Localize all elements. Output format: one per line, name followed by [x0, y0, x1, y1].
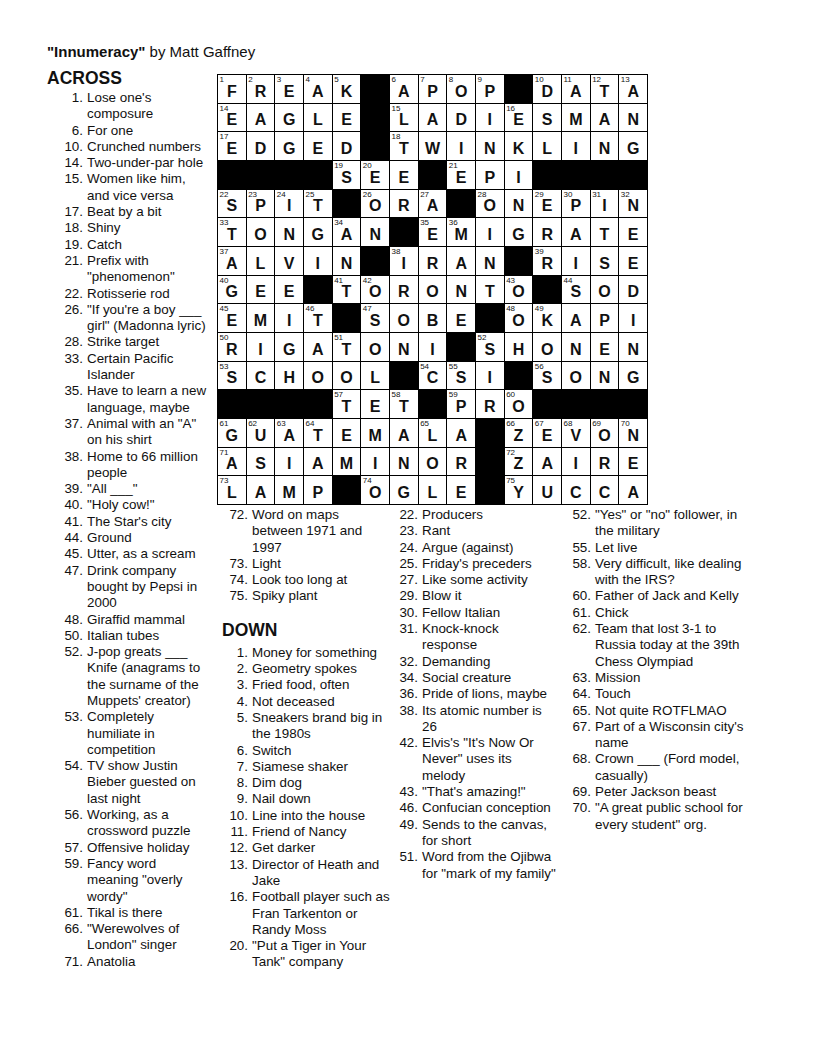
cell-letter: A [419, 190, 447, 218]
clue-number: 22. [47, 286, 87, 302]
black-square-r4c15 [619, 161, 647, 189]
clue-number: 41. [47, 514, 87, 530]
grid-cell-r14c8[interactable]: O [419, 448, 447, 476]
grid-cell-r5c2[interactable]: 23P [247, 190, 275, 218]
grid-cell-r5c15[interactable]: 32N [619, 190, 647, 218]
clue-text: Ground [87, 530, 211, 546]
grid-cell-r1c13[interactable]: 11A [562, 75, 590, 103]
cell-letter: H [505, 333, 533, 361]
grid-cell-r11c9[interactable]: 55S [447, 362, 475, 390]
grid-cell-r3c1[interactable]: 17E [218, 132, 246, 160]
grid-cell-r3c3[interactable]: G [275, 132, 303, 160]
clue-number: 55. [565, 540, 595, 556]
grid-cell-r10c6[interactable]: O [361, 333, 389, 361]
grid-cell-r10c5[interactable]: 51T [333, 333, 361, 361]
grid-cell-r15c1[interactable]: 73L [218, 476, 246, 504]
clue-number: 10. [47, 139, 87, 155]
grid-cell-r4c9[interactable]: 21E [447, 161, 475, 189]
grid-cell-r8c3[interactable]: E [275, 276, 303, 304]
grid-cell-r7c7[interactable]: 38I [390, 247, 418, 275]
grid-cell-r3c8[interactable]: W [419, 132, 447, 160]
grid-cell-r3c11[interactable]: K [505, 132, 533, 160]
grid-cell-r10c14[interactable]: E [591, 333, 619, 361]
clue-text: "All ___" [87, 481, 211, 497]
grid-cell-r7c13[interactable]: I [562, 247, 590, 275]
grid-cell-r11c13[interactable]: O [562, 362, 590, 390]
grid-cell-r11c3[interactable]: H [275, 362, 303, 390]
grid-cell-r11c4[interactable]: O [304, 362, 332, 390]
grid-cell-r15c6[interactable]: 74O [361, 476, 389, 504]
grid-cell-r4c7[interactable]: E [390, 161, 418, 189]
cell-letter: T [591, 75, 619, 103]
cell-letter: R [218, 333, 246, 361]
cell-letter: I [419, 333, 447, 361]
grid-cell-r13c6[interactable]: M [361, 419, 389, 447]
cell-letter: P [591, 304, 619, 332]
cell-letter: S [333, 161, 361, 189]
grid-cell-r8c7[interactable]: R [390, 276, 418, 304]
clue-down-22: 22.Producers [392, 507, 556, 523]
clue-across-18: 18.Shiny [47, 220, 211, 236]
grid-cell-r13c15[interactable]: 70N [619, 419, 647, 447]
grid-cell-r4c6[interactable]: 20E [361, 161, 389, 189]
grid-cell-r4c10[interactable]: P [476, 161, 504, 189]
grid-cell-r4c5[interactable]: 19S [333, 161, 361, 189]
clue-number: 10. [222, 808, 252, 824]
grid-cell-r2c15[interactable]: N [619, 104, 647, 132]
grid-cell-r15c4[interactable]: P [304, 476, 332, 504]
clue-text: For one [87, 123, 211, 139]
grid-cell-r15c7[interactable]: G [390, 476, 418, 504]
clue-text: Director of Heath and Jake [252, 857, 390, 890]
grid-cell-r6c1[interactable]: 33T [218, 218, 246, 246]
cell-letter: E [533, 419, 561, 447]
grid-cell-r8c15[interactable]: D [619, 276, 647, 304]
grid-cell-r12c9[interactable]: 59P [447, 390, 475, 418]
clue-number: 23. [392, 523, 422, 539]
grid-cell-r1c2[interactable]: 2R [247, 75, 275, 103]
clue-across-26: 26."If you're a boy ___ girl" (Madonna l… [47, 302, 211, 335]
clue-number: 1. [222, 645, 252, 661]
grid-cell-r7c2[interactable]: L [247, 247, 275, 275]
black-square-r5c9 [447, 190, 475, 218]
grid-cell-r6c5[interactable]: 34A [333, 218, 361, 246]
grid-cell-r13c4[interactable]: 64T [304, 419, 332, 447]
grid-cell-r3c7[interactable]: 18T [390, 132, 418, 160]
grid-cell-r10c4[interactable]: A [304, 333, 332, 361]
grid-cell-r9c11[interactable]: 48O [505, 304, 533, 332]
black-square-r12c8 [419, 390, 447, 418]
cell-letter: Y [505, 476, 533, 504]
grid-cell-r14c9[interactable]: R [447, 448, 475, 476]
clue-number: 3. [222, 677, 252, 693]
cell-letter: O [419, 276, 447, 304]
grid-cell-r13c13[interactable]: 68V [562, 419, 590, 447]
grid-cell-r15c12[interactable]: U [533, 476, 561, 504]
grid-cell-r10c2[interactable]: I [247, 333, 275, 361]
grid-cell-r2c10[interactable]: I [476, 104, 504, 132]
grid-cell-r11c5[interactable]: O [333, 362, 361, 390]
cell-letter: A [304, 448, 332, 476]
cell-letter: A [533, 448, 561, 476]
grid-cell-r1c9[interactable]: 8O [447, 75, 475, 103]
grid-cell-r15c9[interactable]: E [447, 476, 475, 504]
cell-letter: E [619, 448, 647, 476]
grid-cell-r13c11[interactable]: 66Z [505, 419, 533, 447]
grid-cell-r3c4[interactable]: E [304, 132, 332, 160]
grid-cell-r11c6[interactable]: L [361, 362, 389, 390]
grid-cell-r1c3[interactable]: 3E [275, 75, 303, 103]
grid-cell-r10c1[interactable]: 50R [218, 333, 246, 361]
cell-letter: A [275, 419, 303, 447]
grid-cell-r13c9[interactable]: A [447, 419, 475, 447]
grid-cell-r7c9[interactable]: A [447, 247, 475, 275]
cell-letter: I [447, 132, 475, 160]
grid-cell-r2c5[interactable]: E [333, 104, 361, 132]
black-square-r12c12 [533, 390, 561, 418]
grid-cell-r3c10[interactable]: N [476, 132, 504, 160]
cell-letter: M [333, 448, 361, 476]
clue-number: 40. [47, 497, 87, 513]
grid-cell-r3c13[interactable]: I [562, 132, 590, 160]
grid-cell-r5c12[interactable]: 29E [533, 190, 561, 218]
clue-across-73: 73.Light [222, 556, 390, 572]
grid-cell-r3c12[interactable]: L [533, 132, 561, 160]
grid-cell-r1c10[interactable]: 9P [476, 75, 504, 103]
grid-cell-r11c12[interactable]: 56S [533, 362, 561, 390]
grid-cell-r1c1[interactable]: 1F [218, 75, 246, 103]
grid-cell-r7c10[interactable]: N [476, 247, 504, 275]
black-square-r15c5 [333, 476, 361, 504]
grid-cell-r3c15[interactable]: G [619, 132, 647, 160]
grid-cell-r14c7[interactable]: N [390, 448, 418, 476]
cell-letter: A [390, 419, 418, 447]
clue-across-52: 52.J-pop greats ___ Knife (anagrams to t… [47, 644, 211, 709]
grid-cell-r9c2[interactable]: M [247, 304, 275, 332]
grid-cell-r8c5[interactable]: 41T [333, 276, 361, 304]
clue-number: 62. [565, 621, 595, 637]
grid-cell-r10c13[interactable]: N [562, 333, 590, 361]
grid-cell-r11c10[interactable]: I [476, 362, 504, 390]
down-clues-part-2: 22.Producers23.Rant24.Argue (against)25.… [392, 507, 556, 882]
cell-letter: O [505, 304, 533, 332]
clue-down-52: 52."Yes" or "no" follower, in the milita… [565, 507, 749, 540]
cell-letter: C [419, 362, 447, 390]
clue-text: Money for something [252, 645, 390, 661]
cell-letter: S [533, 104, 561, 132]
clue-across-53: 53.Completely humiliate in competition [47, 709, 211, 758]
cell-letter: D [533, 75, 561, 103]
grid-cell-r10c10[interactable]: 52S [476, 333, 504, 361]
cell-letter: L [304, 104, 332, 132]
grid-cell-r5c13[interactable]: 30P [562, 190, 590, 218]
clue-text: Lose one's composure [87, 90, 211, 123]
grid-cell-r9c4[interactable]: 46T [304, 304, 332, 332]
grid-cell-r10c7[interactable]: N [390, 333, 418, 361]
grid-cell-r7c1[interactable]: 37A [218, 247, 246, 275]
grid-cell-r5c7[interactable]: R [390, 190, 418, 218]
cell-letter: I [591, 190, 619, 218]
grid-cell-r14c6[interactable]: I [361, 448, 389, 476]
cell-letter: I [476, 104, 504, 132]
black-square-r8c12 [533, 276, 561, 304]
grid-cell-r9c12[interactable]: 49K [533, 304, 561, 332]
grid-cell-r9c6[interactable]: 47S [361, 304, 389, 332]
cell-letter: N [562, 333, 590, 361]
clue-number: 52. [47, 644, 87, 660]
grid-cell-r2c14[interactable]: A [591, 104, 619, 132]
black-square-r12c4 [304, 390, 332, 418]
grid-cell-r15c2[interactable]: A [247, 476, 275, 504]
grid-cell-r10c12[interactable]: O [533, 333, 561, 361]
clue-number: 56. [47, 807, 87, 823]
grid-cell-r14c4[interactable]: A [304, 448, 332, 476]
grid-cell-r10c8[interactable]: I [419, 333, 447, 361]
grid-cell-r13c5[interactable]: E [333, 419, 361, 447]
clue-number: 45. [47, 546, 87, 562]
grid-cell-r13c14[interactable]: 69O [591, 419, 619, 447]
clue-text: Team that lost 3-1 to Russia today at th… [595, 621, 749, 670]
page: { "game": "crossword", "title": {"name":… [0, 0, 816, 1056]
clue-across-41: 41.The Star's city [47, 514, 211, 530]
grid-cell-r9c1[interactable]: 45E [218, 304, 246, 332]
grid-cell-r1c7[interactable]: 6A [390, 75, 418, 103]
clue-across-14: 14.Two-under-par hole [47, 155, 211, 171]
clue-number: 31. [392, 621, 422, 637]
cell-letter: G [619, 362, 647, 390]
cell-letter: T [333, 333, 361, 361]
cell-letter: S [476, 333, 504, 361]
grid-cell-r2c9[interactable]: D [447, 104, 475, 132]
clue-number: 39. [47, 481, 87, 497]
grid-cell-r1c12[interactable]: 10D [533, 75, 561, 103]
grid-cell-r12c10[interactable]: R [476, 390, 504, 418]
grid-cell-r9c7[interactable]: O [390, 304, 418, 332]
grid-cell-r9c15[interactable]: I [619, 304, 647, 332]
grid-cell-r12c6[interactable]: E [361, 390, 389, 418]
grid-cell-r11c15[interactable]: G [619, 362, 647, 390]
grid-cell-r5c6[interactable]: 26O [361, 190, 389, 218]
grid-cell-r8c9[interactable]: N [447, 276, 475, 304]
grid-cell-r10c15[interactable]: N [619, 333, 647, 361]
clue-across-39: 39."All ___" [47, 481, 211, 497]
grid-cell-r3c5[interactable]: D [333, 132, 361, 160]
clue-number: 60. [565, 588, 595, 604]
grid-cell-r7c12[interactable]: 39R [533, 247, 561, 275]
clue-number: 22. [392, 507, 422, 523]
grid-cell-r14c14[interactable]: R [591, 448, 619, 476]
grid-cell-r14c12[interactable]: A [533, 448, 561, 476]
cell-letter: O [419, 448, 447, 476]
grid-cell-r15c14[interactable]: C [591, 476, 619, 504]
grid-cell-r2c7[interactable]: 15L [390, 104, 418, 132]
cell-letter: N [619, 333, 647, 361]
clue-down-34: 34.Social creature [392, 670, 556, 686]
grid-cell-r2c8[interactable]: A [419, 104, 447, 132]
grid-cell-r1c5[interactable]: 5K [333, 75, 361, 103]
grid-cell-r6c11[interactable]: G [505, 218, 533, 246]
grid-cell-r5c8[interactable]: 27A [419, 190, 447, 218]
clue-number: 38. [392, 703, 422, 719]
clue-text: Prefix with "phenomenon" [87, 253, 211, 286]
grid-cell-r6c14[interactable]: T [591, 218, 619, 246]
black-square-r1c11 [505, 75, 533, 103]
clue-text: Confucian conception [422, 800, 556, 816]
grid-cell-r10c11[interactable]: H [505, 333, 533, 361]
grid-cell-r13c7[interactable]: A [390, 419, 418, 447]
clue-number: 51. [392, 849, 422, 865]
cell-letter: I [275, 304, 303, 332]
grid-cell-r13c1[interactable]: 61G [218, 419, 246, 447]
grid-cell-r5c1[interactable]: 22S [218, 190, 246, 218]
grid-cell-r14c5[interactable]: M [333, 448, 361, 476]
grid-cell-r15c3[interactable]: M [275, 476, 303, 504]
grid-cell-r6c13[interactable]: A [562, 218, 590, 246]
grid-cell-r1c14[interactable]: 12T [591, 75, 619, 103]
grid-cell-r15c8[interactable]: L [419, 476, 447, 504]
clue-text: TV show Justin Bieber guested on last ni… [87, 758, 211, 807]
grid-cell-r2c12[interactable]: S [533, 104, 561, 132]
grid-cell-r8c8[interactable]: O [419, 276, 447, 304]
grid-cell-r3c9[interactable]: I [447, 132, 475, 160]
grid-cell-r5c4[interactable]: 25T [304, 190, 332, 218]
cell-letter: E [505, 104, 533, 132]
grid-cell-r4c11[interactable]: I [505, 161, 533, 189]
grid-cell-r11c14[interactable]: N [591, 362, 619, 390]
grid-cell-r7c3[interactable]: V [275, 247, 303, 275]
cell-letter: A [619, 75, 647, 103]
grid-cell-r14c1[interactable]: 71A [218, 448, 246, 476]
clue-down-51: 51.Word from the Ojibwa for "mark of my … [392, 849, 556, 882]
cell-letter: N [361, 218, 389, 246]
grid-cell-r6c4[interactable]: G [304, 218, 332, 246]
grid-cell-r11c1[interactable]: 53S [218, 362, 246, 390]
grid-cell-r8c11[interactable]: 43O [505, 276, 533, 304]
grid-cell-r2c13[interactable]: M [562, 104, 590, 132]
grid-cell-r6c3[interactable]: N [275, 218, 303, 246]
cell-letter: E [333, 419, 361, 447]
down-header: DOWN [222, 620, 390, 640]
grid-cell-r9c9[interactable]: E [447, 304, 475, 332]
clue-text: Social creature [422, 670, 556, 686]
grid-cell-r2c2[interactable]: A [247, 104, 275, 132]
grid-cell-r7c15[interactable]: E [619, 247, 647, 275]
black-square-r14c10 [476, 448, 504, 476]
grid-cell-r12c5[interactable]: 57T [333, 390, 361, 418]
grid-cell-r7c5[interactable]: N [333, 247, 361, 275]
grid-cell-r15c13[interactable]: C [562, 476, 590, 504]
grid-cell-r11c8[interactable]: 54C [419, 362, 447, 390]
grid-cell-r1c4[interactable]: 4A [304, 75, 332, 103]
clue-across-1: 1.Lose one's composure [47, 90, 211, 123]
grid-cell-r10c3[interactable]: G [275, 333, 303, 361]
grid-cell-r14c2[interactable]: S [247, 448, 275, 476]
grid-cell-r3c2[interactable]: D [247, 132, 275, 160]
grid-cell-r8c2[interactable]: E [247, 276, 275, 304]
grid-cell-r8c6[interactable]: 42O [361, 276, 389, 304]
clue-text: "That's amazing!" [422, 784, 556, 800]
crossword-grid: 1F2R3E4A5K6A7P8O9P10D11A12T13A14EAGLE15L… [217, 74, 648, 505]
grid-cell-r14c11[interactable]: 72Z [505, 448, 533, 476]
grid-cell-r6c10[interactable]: I [476, 218, 504, 246]
black-square-r15c10 [476, 476, 504, 504]
grid-cell-r3c14[interactable]: N [591, 132, 619, 160]
grid-cell-r15c15[interactable]: A [619, 476, 647, 504]
grid-cell-r7c8[interactable]: R [419, 247, 447, 275]
grid-cell-r6c9[interactable]: 36M [447, 218, 475, 246]
grid-cell-r13c8[interactable]: 65L [419, 419, 447, 447]
cell-letter: L [247, 247, 275, 275]
grid-cell-r2c11[interactable]: 16E [505, 104, 533, 132]
grid-cell-r13c12[interactable]: 67E [533, 419, 561, 447]
grid-cell-r7c14[interactable]: S [591, 247, 619, 275]
grid-cell-r12c11[interactable]: 60O [505, 390, 533, 418]
cell-letter: E [218, 304, 246, 332]
grid-cell-r8c14[interactable]: O [591, 276, 619, 304]
grid-cell-r14c3[interactable]: I [275, 448, 303, 476]
grid-cell-r5c11[interactable]: N [505, 190, 533, 218]
grid-cell-r8c1[interactable]: 40G [218, 276, 246, 304]
grid-cell-r5c3[interactable]: 24I [275, 190, 303, 218]
grid-cell-r14c13[interactable]: I [562, 448, 590, 476]
cell-letter: D [333, 132, 361, 160]
cell-letter: E [361, 161, 389, 189]
clue-down-63: 63.Mission [565, 670, 749, 686]
grid-cell-r9c3[interactable]: I [275, 304, 303, 332]
cell-letter: O [390, 304, 418, 332]
grid-cell-r1c8[interactable]: 7P [419, 75, 447, 103]
clue-number: 20. [222, 938, 252, 954]
cell-letter: K [533, 304, 561, 332]
cell-letter: N [591, 132, 619, 160]
grid-cell-r6c12[interactable]: R [533, 218, 561, 246]
grid-cell-r8c10[interactable]: T [476, 276, 504, 304]
across-header: ACROSS [47, 68, 122, 88]
grid-cell-r6c8[interactable]: 35E [419, 218, 447, 246]
grid-cell-r2c1[interactable]: 14E [218, 104, 246, 132]
cell-letter: C [562, 476, 590, 504]
clue-across-57: 57.Offensive holiday [47, 840, 211, 856]
clue-number: 52. [565, 507, 595, 523]
clue-text: Rotisserie rod [87, 286, 211, 302]
grid-cell-r2c3[interactable]: G [275, 104, 303, 132]
grid-cell-r13c3[interactable]: 63A [275, 419, 303, 447]
grid-cell-r9c14[interactable]: P [591, 304, 619, 332]
grid-cell-r1c15[interactable]: 13A [619, 75, 647, 103]
grid-cell-r6c15[interactable]: E [619, 218, 647, 246]
clue-text: The Star's city [87, 514, 211, 530]
grid-cell-r9c8[interactable]: B [419, 304, 447, 332]
cell-letter: G [218, 419, 246, 447]
grid-cell-r11c2[interactable]: C [247, 362, 275, 390]
grid-cell-r13c2[interactable]: 62U [247, 419, 275, 447]
grid-cell-r2c4[interactable]: L [304, 104, 332, 132]
grid-cell-r9c13[interactable]: A [562, 304, 590, 332]
grid-cell-r6c2[interactable]: O [247, 218, 275, 246]
grid-cell-r14c15[interactable]: E [619, 448, 647, 476]
grid-cell-r12c7[interactable]: 58T [390, 390, 418, 418]
grid-cell-r5c14[interactable]: 31I [591, 190, 619, 218]
grid-cell-r8c13[interactable]: 44S [562, 276, 590, 304]
clue-across-47: 47.Drink company bought by Pepsi in 2000 [47, 563, 211, 612]
grid-cell-r5c10[interactable]: 28O [476, 190, 504, 218]
cell-letter: T [304, 190, 332, 218]
grid-cell-r15c11[interactable]: 75Y [505, 476, 533, 504]
grid-cell-r7c4[interactable]: I [304, 247, 332, 275]
cell-letter: V [562, 419, 590, 447]
clue-text: "A great public school for every student… [595, 800, 749, 833]
grid-cell-r6c6[interactable]: N [361, 218, 389, 246]
